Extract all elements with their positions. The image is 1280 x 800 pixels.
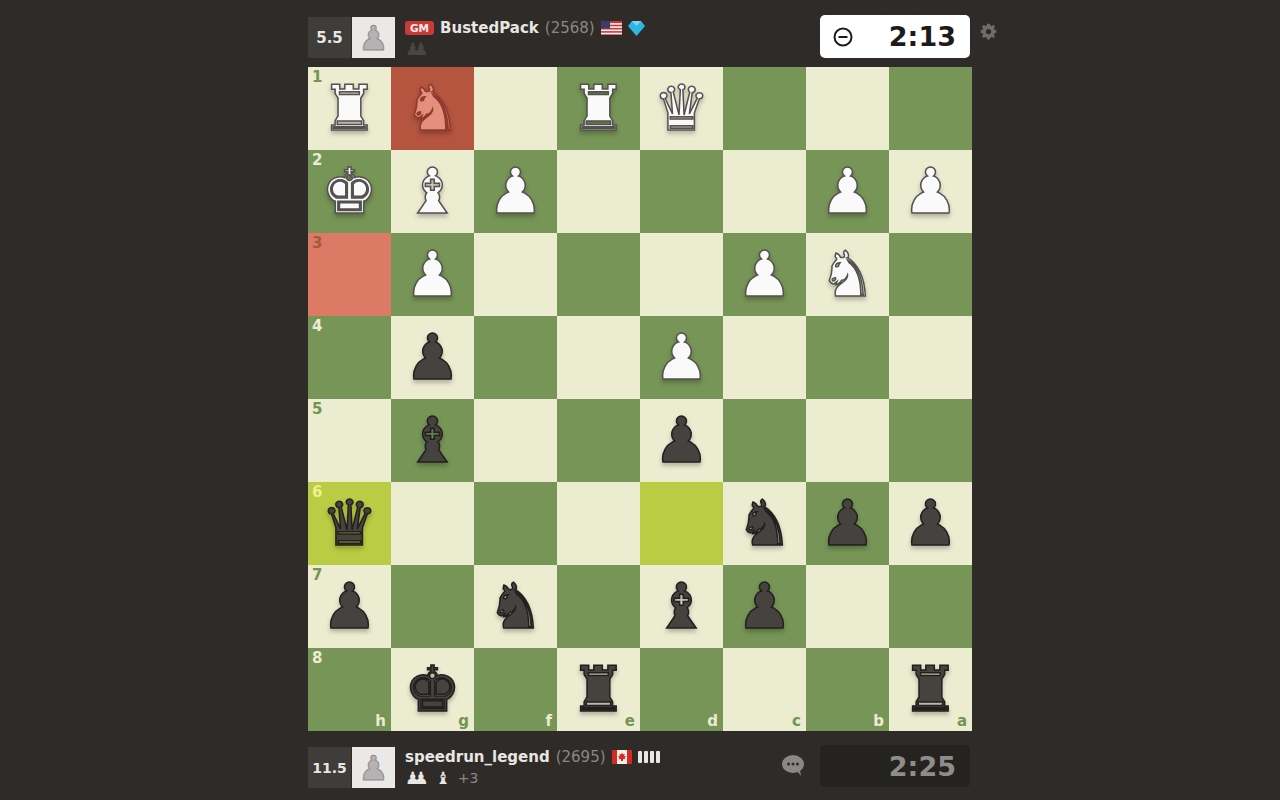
square-a3[interactable] <box>889 233 972 316</box>
piece-white-pawn-f2[interactable]: ♟ <box>474 150 557 233</box>
top-player-avatar[interactable]: ♟ <box>352 17 395 58</box>
square-h2[interactable]: 2♚ <box>308 150 391 233</box>
piece-black-pawn-a6[interactable]: ♟ <box>889 482 972 565</box>
avatar-pawn-icon: ♟ <box>358 21 388 55</box>
square-b6[interactable]: ♟ <box>806 482 889 565</box>
square-e4[interactable] <box>557 316 640 399</box>
square-g8[interactable]: g♚ <box>391 648 474 731</box>
square-c8[interactable]: c <box>723 648 806 731</box>
rank-label-8: 8 <box>312 651 322 666</box>
square-a8[interactable]: a♜ <box>889 648 972 731</box>
square-e5[interactable] <box>557 399 640 482</box>
ca-flag-icon <box>612 750 632 764</box>
square-h3[interactable]: 3 <box>308 233 391 316</box>
piece-white-knight-g1[interactable]: ♞ <box>391 67 474 150</box>
top-player-rating: (2568) <box>545 19 595 37</box>
piece-white-pawn-a2[interactable]: ♟ <box>889 150 972 233</box>
game-screen: 5.5 ♟ GM BustedPack (2568) ♟♟ <box>0 0 1280 800</box>
bottom-player-clock: 2:25 <box>820 745 970 787</box>
piece-white-pawn-g3[interactable]: ♟ <box>391 233 474 316</box>
top-score-value: 5.5 <box>316 29 343 47</box>
bottom-score-value: 11.5 <box>312 760 347 776</box>
square-e2[interactable] <box>557 150 640 233</box>
square-a6[interactable]: ♟ <box>889 482 972 565</box>
square-b7[interactable] <box>806 565 889 648</box>
settings-gear-icon[interactable] <box>978 21 999 46</box>
square-f5[interactable] <box>474 399 557 482</box>
square-a5[interactable] <box>889 399 972 482</box>
piece-white-pawn-b2[interactable]: ♟ <box>806 150 889 233</box>
square-c6[interactable]: ♞ <box>723 482 806 565</box>
square-d6[interactable] <box>640 482 723 565</box>
square-f6[interactable] <box>474 482 557 565</box>
square-g5[interactable]: ♝ <box>391 399 474 482</box>
file-label-h: h <box>375 714 386 729</box>
top-captured-pawns-icon: ♟♟ <box>405 41 428 58</box>
piece-black-knight-c6[interactable]: ♞ <box>723 482 806 565</box>
square-b2[interactable]: ♟ <box>806 150 889 233</box>
square-h1[interactable]: 1♜ <box>308 67 391 150</box>
chat-bubble-icon[interactable] <box>780 754 806 781</box>
connection-bars-icon <box>638 751 660 763</box>
file-label-f: f <box>545 714 552 729</box>
top-player-clock: 2:13 <box>820 15 970 58</box>
square-a2[interactable]: ♟ <box>889 150 972 233</box>
square-e1[interactable]: ♜ <box>557 67 640 150</box>
square-f7[interactable]: ♞ <box>474 565 557 648</box>
top-player-info: GM BustedPack (2568) ♟♟ <box>405 19 645 58</box>
piece-black-rook-a8[interactable]: ♜ <box>889 648 972 731</box>
square-f1[interactable] <box>474 67 557 150</box>
square-f3[interactable] <box>474 233 557 316</box>
square-c3[interactable]: ♟ <box>723 233 806 316</box>
piece-black-pawn-b6[interactable]: ♟ <box>806 482 889 565</box>
square-g2[interactable]: ♝ <box>391 150 474 233</box>
square-c1[interactable] <box>723 67 806 150</box>
square-h6[interactable]: 6♛ <box>308 482 391 565</box>
square-g3[interactable]: ♟ <box>391 233 474 316</box>
square-e7[interactable] <box>557 565 640 648</box>
square-c7[interactable]: ♟ <box>723 565 806 648</box>
piece-white-king-h2[interactable]: ♚ <box>308 150 391 233</box>
piece-white-rook-h1[interactable]: ♜ <box>308 67 391 150</box>
square-h4[interactable]: 4 <box>308 316 391 399</box>
bottom-captured-pawns-icon: ♟♟ <box>405 770 428 787</box>
piece-black-pawn-c7[interactable]: ♟ <box>723 565 806 648</box>
piece-black-bishop-g5[interactable]: ♝ <box>391 399 474 482</box>
top-player-score: 5.5 <box>308 17 351 58</box>
pause-icon <box>832 26 854 48</box>
bottom-player-score: 11.5 <box>308 747 351 788</box>
piece-black-king-g8[interactable]: ♚ <box>391 648 474 731</box>
square-f4[interactable] <box>474 316 557 399</box>
square-d4[interactable]: ♟ <box>640 316 723 399</box>
square-b1[interactable] <box>806 67 889 150</box>
chess-board: 1♜♞♜♛2♚♝♟♟♟3♟♟♞4♟♟5♝♟6♛♞♟♟7♟♞♝♟8hg♚fe♜dc… <box>308 67 972 731</box>
captured-material-advantage: +3 <box>458 770 479 786</box>
piece-white-pawn-c3[interactable]: ♟ <box>723 233 806 316</box>
file-label-d: d <box>707 714 718 729</box>
piece-black-queen-h6[interactable]: ♛ <box>308 482 391 565</box>
rank-label-4: 4 <box>312 319 322 334</box>
file-label-b: b <box>873 714 884 729</box>
piece-black-rook-e8[interactable]: ♜ <box>557 648 640 731</box>
piece-white-knight-b3[interactable]: ♞ <box>806 233 889 316</box>
square-f8[interactable]: f <box>474 648 557 731</box>
square-d5[interactable]: ♟ <box>640 399 723 482</box>
square-e8[interactable]: e♜ <box>557 648 640 731</box>
square-c4[interactable] <box>723 316 806 399</box>
rank-label-3: 3 <box>312 236 322 251</box>
square-d8[interactable]: d <box>640 648 723 731</box>
square-b4[interactable] <box>806 316 889 399</box>
bottom-player-rating: (2695) <box>556 748 606 766</box>
square-d2[interactable] <box>640 150 723 233</box>
square-a7[interactable] <box>889 565 972 648</box>
square-g6[interactable] <box>391 482 474 565</box>
square-f2[interactable]: ♟ <box>474 150 557 233</box>
square-a1[interactable] <box>889 67 972 150</box>
top-player-name[interactable]: BustedPack <box>440 19 539 37</box>
bottom-captured-bishop-icon: ♝ <box>435 770 450 787</box>
piece-white-rook-e1[interactable]: ♜ <box>557 67 640 150</box>
square-h7[interactable]: 7♟ <box>308 565 391 648</box>
piece-black-knight-f7[interactable]: ♞ <box>474 565 557 648</box>
square-h8[interactable]: 8h <box>308 648 391 731</box>
square-e6[interactable] <box>557 482 640 565</box>
square-g7[interactable] <box>391 565 474 648</box>
square-g4[interactable]: ♟ <box>391 316 474 399</box>
premium-diamond-icon <box>628 21 645 36</box>
bottom-player-name[interactable]: speedrun_legend <box>405 748 550 766</box>
us-flag-icon <box>601 21 622 35</box>
square-b8[interactable]: b <box>806 648 889 731</box>
square-e3[interactable] <box>557 233 640 316</box>
bottom-player-info: speedrun_legend (2695) ♟♟ ♝ +3 <box>405 748 660 787</box>
square-d3[interactable] <box>640 233 723 316</box>
piece-black-pawn-g4[interactable]: ♟ <box>391 316 474 399</box>
square-a4[interactable] <box>889 316 972 399</box>
square-h5[interactable]: 5 <box>308 399 391 482</box>
square-d7[interactable]: ♝ <box>640 565 723 648</box>
piece-black-pawn-h7[interactable]: ♟ <box>308 565 391 648</box>
piece-black-bishop-d7[interactable]: ♝ <box>640 565 723 648</box>
piece-black-pawn-d5[interactable]: ♟ <box>640 399 723 482</box>
avatar-pawn-icon: ♟ <box>358 751 388 785</box>
file-label-c: c <box>792 714 801 729</box>
square-c2[interactable] <box>723 150 806 233</box>
square-d1[interactable]: ♛ <box>640 67 723 150</box>
piece-white-queen-d1[interactable]: ♛ <box>640 67 723 150</box>
rank-label-5: 5 <box>312 402 322 417</box>
piece-white-bishop-g2[interactable]: ♝ <box>391 150 474 233</box>
bottom-player-avatar[interactable]: ♟ <box>352 747 395 788</box>
square-c5[interactable] <box>723 399 806 482</box>
gm-title-badge[interactable]: GM <box>405 21 434 36</box>
square-b5[interactable] <box>806 399 889 482</box>
square-g1[interactable]: ♞ <box>391 67 474 150</box>
square-b3[interactable]: ♞ <box>806 233 889 316</box>
top-clock-time: 2:13 <box>854 21 970 52</box>
piece-white-pawn-d4[interactable]: ♟ <box>640 316 723 399</box>
bottom-clock-time: 2:25 <box>820 751 970 782</box>
